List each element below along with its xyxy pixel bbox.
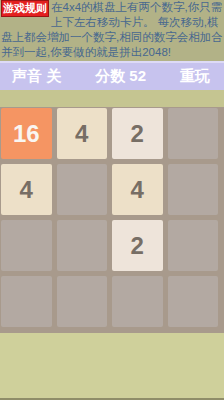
tile-4: 4 bbox=[1, 164, 52, 215]
empty-cell bbox=[168, 276, 219, 327]
tile-2: 2 bbox=[112, 220, 163, 271]
toolbar: 声音 关 分数 52 重玩 bbox=[0, 61, 224, 90]
empty-cell bbox=[168, 164, 219, 215]
score-display: 分数 52 bbox=[95, 67, 146, 86]
empty-cell bbox=[112, 276, 163, 327]
tile-4: 4 bbox=[112, 164, 163, 215]
replay-button[interactable]: 重玩 bbox=[180, 67, 210, 86]
game-background-strip bbox=[0, 90, 224, 107]
rules-panel: 游戏规则在4x4的棋盘上有两个数字,你只需上下左右移动卡片。 每次移动,棋盘上都… bbox=[0, 0, 224, 61]
tile-16: 16 bbox=[1, 108, 52, 159]
empty-cell bbox=[168, 220, 219, 271]
empty-cell bbox=[57, 164, 108, 215]
app-screen: 游戏规则在4x4的棋盘上有两个数字,你只需上下左右移动卡片。 每次移动,棋盘上都… bbox=[0, 0, 224, 400]
empty-cell bbox=[57, 276, 108, 327]
empty-cell bbox=[168, 108, 219, 159]
rules-label: 游戏规则 bbox=[1, 0, 49, 17]
empty-cell bbox=[1, 220, 52, 271]
sound-toggle-button[interactable]: 声音 关 bbox=[12, 67, 61, 86]
tile-2: 2 bbox=[112, 108, 163, 159]
board-grid[interactable]: 1642442 bbox=[0, 107, 224, 333]
empty-cell bbox=[1, 276, 52, 327]
empty-cell bbox=[57, 220, 108, 271]
tile-4: 4 bbox=[57, 108, 108, 159]
